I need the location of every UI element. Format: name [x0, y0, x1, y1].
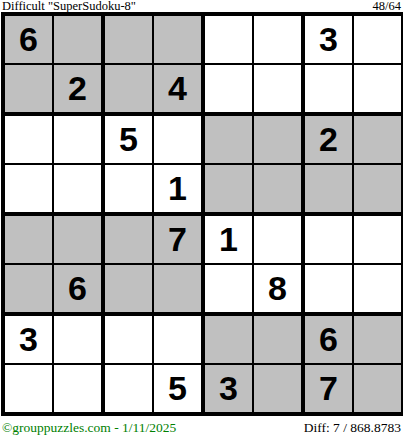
footer: ©grouppuzzles.com - 1/11/2025 Diff: 7 / … — [1, 420, 402, 436]
cell-r1c2-empty[interactable] — [54, 16, 105, 65]
cell-r1c8-empty[interactable] — [354, 16, 401, 65]
cell-r6c6-given-8[interactable]: 8 — [254, 265, 305, 316]
cell-r6c5-empty[interactable] — [205, 265, 254, 316]
cell-r6c1-empty[interactable] — [5, 265, 54, 316]
cell-r6c2-given-6[interactable]: 6 — [54, 265, 105, 316]
cell-r6c4-empty[interactable] — [154, 265, 205, 316]
cell-r5c4-given-7[interactable]: 7 — [154, 216, 205, 265]
cell-r8c4-given-5[interactable]: 5 — [154, 365, 205, 412]
board-row-4: 1 — [5, 165, 401, 216]
cell-r5c1-empty[interactable] — [5, 216, 54, 265]
cell-r3c3-given-5[interactable]: 5 — [105, 116, 154, 165]
cell-r1c3-empty[interactable] — [105, 16, 154, 65]
cell-r4c8-empty[interactable] — [354, 165, 401, 216]
cell-r7c4-empty[interactable] — [154, 316, 205, 365]
cell-r4c2-empty[interactable] — [54, 165, 105, 216]
cell-r3c5-empty[interactable] — [205, 116, 254, 165]
cell-r1c7-given-3[interactable]: 3 — [305, 16, 354, 65]
cell-r4c1-empty[interactable] — [5, 165, 54, 216]
cell-r2c5-empty[interactable] — [205, 65, 254, 116]
cell-r1c6-empty[interactable] — [254, 16, 305, 65]
puzzle-title: Difficult "SuperSudoku-8" — [2, 0, 136, 12]
cell-r5c6-empty[interactable] — [254, 216, 305, 265]
cell-r4c6-empty[interactable] — [254, 165, 305, 216]
cell-r2c1-empty[interactable] — [5, 65, 54, 116]
board-row-8: 537 — [5, 365, 401, 412]
empty-cell-counter: 48/64 — [373, 0, 401, 12]
cell-r5c7-empty[interactable] — [305, 216, 354, 265]
cell-r8c6-empty[interactable] — [254, 365, 305, 412]
board-row-5: 71 — [5, 216, 401, 265]
cell-r3c1-empty[interactable] — [5, 116, 54, 165]
copyright-credit: ©grouppuzzles.com - 1/11/2025 — [2, 420, 176, 436]
board-row-7: 36 — [5, 316, 401, 365]
cell-r8c1-empty[interactable] — [5, 365, 54, 412]
cell-r6c3-empty[interactable] — [105, 265, 154, 316]
board-row-1: 63 — [5, 16, 401, 65]
cell-r8c3-empty[interactable] — [105, 365, 154, 412]
cell-r8c8-empty[interactable] — [354, 365, 401, 412]
cell-r3c8-empty[interactable] — [354, 116, 401, 165]
cell-r1c1-given-6[interactable]: 6 — [5, 16, 54, 65]
cell-r8c7-given-7[interactable]: 7 — [305, 365, 354, 412]
cell-r3c2-empty[interactable] — [54, 116, 105, 165]
board-row-3: 52 — [5, 116, 401, 165]
cell-r7c2-empty[interactable] — [54, 316, 105, 365]
puzzle-page: Difficult "SuperSudoku-8" 48/64 63245217… — [0, 0, 403, 437]
cell-r7c3-empty[interactable] — [105, 316, 154, 365]
cell-r4c4-given-1[interactable]: 1 — [154, 165, 205, 216]
cell-r2c4-given-4[interactable]: 4 — [154, 65, 205, 116]
cell-r7c6-empty[interactable] — [254, 316, 305, 365]
board-row-2: 24 — [5, 65, 401, 116]
cell-r2c2-given-2[interactable]: 2 — [54, 65, 105, 116]
cell-r8c2-empty[interactable] — [54, 365, 105, 412]
cell-r6c7-empty[interactable] — [305, 265, 354, 316]
cell-r8c5-given-3[interactable]: 3 — [205, 365, 254, 412]
cell-r3c7-given-2[interactable]: 2 — [305, 116, 354, 165]
cell-r3c6-empty[interactable] — [254, 116, 305, 165]
cell-r4c3-empty[interactable] — [105, 165, 154, 216]
difficulty-rating: Diff: 7 / 868.8783 — [304, 420, 401, 436]
cell-r5c8-empty[interactable] — [354, 216, 401, 265]
cell-r1c5-empty[interactable] — [205, 16, 254, 65]
cell-r5c3-empty[interactable] — [105, 216, 154, 265]
cell-r7c5-empty[interactable] — [205, 316, 254, 365]
cell-r7c1-given-3[interactable]: 3 — [5, 316, 54, 365]
cell-r3c4-empty[interactable] — [154, 116, 205, 165]
cell-r7c8-empty[interactable] — [354, 316, 401, 365]
cell-r2c3-empty[interactable] — [105, 65, 154, 116]
cell-r1c4-empty[interactable] — [154, 16, 205, 65]
cell-r5c5-given-1[interactable]: 1 — [205, 216, 254, 265]
sudoku-board: 6324521716836537 — [1, 12, 403, 416]
cell-r2c6-empty[interactable] — [254, 65, 305, 116]
cell-r2c7-empty[interactable] — [305, 65, 354, 116]
cell-r6c8-empty[interactable] — [354, 265, 401, 316]
cell-r4c5-empty[interactable] — [205, 165, 254, 216]
board-row-6: 68 — [5, 265, 401, 316]
header: Difficult "SuperSudoku-8" 48/64 — [1, 0, 402, 12]
cell-r7c7-given-6[interactable]: 6 — [305, 316, 354, 365]
cell-r5c2-empty[interactable] — [54, 216, 105, 265]
cell-r2c8-empty[interactable] — [354, 65, 401, 116]
cell-r4c7-empty[interactable] — [305, 165, 354, 216]
